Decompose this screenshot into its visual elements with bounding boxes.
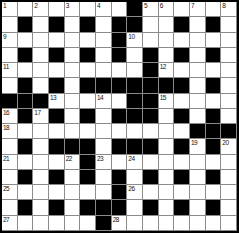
white-cell[interactable] <box>18 155 34 170</box>
white-cell[interactable] <box>33 200 49 215</box>
white-cell[interactable] <box>49 33 65 48</box>
white-cell[interactable] <box>65 63 81 78</box>
clue-number: 15 <box>160 94 166 101</box>
white-cell[interactable] <box>96 170 112 185</box>
white-cell[interactable] <box>2 78 18 93</box>
clue-number: 13 <box>50 94 56 101</box>
white-cell[interactable] <box>33 17 49 32</box>
black-cell <box>18 170 34 185</box>
white-cell[interactable]: 24 <box>127 155 143 170</box>
black-cell <box>143 78 159 93</box>
white-cell[interactable] <box>33 155 49 170</box>
clue-number: 3 <box>66 2 69 9</box>
white-cell[interactable] <box>33 124 49 139</box>
white-cell[interactable] <box>190 155 206 170</box>
white-cell[interactable] <box>18 63 34 78</box>
white-cell[interactable]: 28 <box>112 216 128 231</box>
white-cell[interactable]: 16 <box>2 109 18 124</box>
black-cell <box>49 170 65 185</box>
clue-number: 11 <box>3 63 9 70</box>
white-cell[interactable] <box>112 2 128 17</box>
black-cell <box>18 109 34 124</box>
clue-number: 23 <box>97 155 103 162</box>
white-cell[interactable] <box>65 48 81 63</box>
black-cell <box>2 94 18 109</box>
black-cell <box>174 170 190 185</box>
white-cell[interactable] <box>96 63 112 78</box>
white-cell[interactable]: 9 <box>2 33 18 48</box>
white-cell[interactable] <box>221 155 237 170</box>
white-cell[interactable]: 27 <box>2 216 18 231</box>
white-cell[interactable] <box>159 33 175 48</box>
white-cell[interactable] <box>190 78 206 93</box>
white-cell[interactable] <box>159 170 175 185</box>
white-cell[interactable] <box>190 185 206 200</box>
clue-number: 24 <box>128 155 134 162</box>
white-cell[interactable] <box>174 63 190 78</box>
white-cell[interactable] <box>80 2 96 17</box>
white-cell[interactable] <box>49 216 65 231</box>
white-cell[interactable] <box>127 200 143 215</box>
black-cell <box>112 33 128 48</box>
black-cell <box>33 94 49 109</box>
black-cell <box>112 200 128 215</box>
white-cell[interactable]: 4 <box>96 2 112 17</box>
white-cell[interactable] <box>221 216 237 231</box>
black-cell <box>127 17 143 32</box>
black-cell <box>49 48 65 63</box>
white-cell[interactable] <box>127 63 143 78</box>
white-cell[interactable] <box>49 155 65 170</box>
white-cell[interactable] <box>96 139 112 154</box>
white-cell[interactable] <box>112 63 128 78</box>
white-cell[interactable] <box>190 170 206 185</box>
black-cell <box>127 2 143 17</box>
white-cell[interactable]: 6 <box>159 2 175 17</box>
black-cell <box>143 170 159 185</box>
black-cell <box>206 78 222 93</box>
white-cell[interactable] <box>174 124 190 139</box>
clue-number: 16 <box>3 109 9 116</box>
white-cell[interactable]: 26 <box>127 185 143 200</box>
clue-number: 10 <box>128 33 134 40</box>
white-cell[interactable] <box>143 185 159 200</box>
white-cell[interactable]: 8 <box>221 2 237 17</box>
white-cell[interactable] <box>33 185 49 200</box>
black-cell <box>49 109 65 124</box>
white-cell[interactable] <box>159 109 175 124</box>
white-cell[interactable] <box>65 124 81 139</box>
white-cell[interactable] <box>206 185 222 200</box>
white-cell[interactable] <box>127 48 143 63</box>
clue-number: 21 <box>3 155 9 162</box>
clue-number: 27 <box>3 216 9 223</box>
black-cell <box>65 139 81 154</box>
white-cell[interactable]: 21 <box>2 155 18 170</box>
black-cell <box>80 155 96 170</box>
black-cell <box>206 109 222 124</box>
clue-number: 19 <box>191 139 197 146</box>
black-cell <box>127 78 143 93</box>
black-cell <box>80 78 96 93</box>
white-cell[interactable] <box>221 94 237 109</box>
black-cell <box>112 170 128 185</box>
white-cell[interactable] <box>190 200 206 215</box>
white-cell[interactable] <box>221 17 237 32</box>
black-cell <box>143 109 159 124</box>
black-cell <box>80 48 96 63</box>
white-cell[interactable] <box>221 185 237 200</box>
white-cell[interactable] <box>112 155 128 170</box>
clue-number: 17 <box>34 109 40 116</box>
black-cell <box>96 200 112 215</box>
white-cell[interactable] <box>2 139 18 154</box>
black-cell <box>18 17 34 32</box>
black-cell <box>127 109 143 124</box>
white-cell[interactable] <box>18 185 34 200</box>
white-cell[interactable] <box>96 185 112 200</box>
black-cell <box>190 124 206 139</box>
clue-number: 12 <box>160 63 166 70</box>
white-cell[interactable] <box>143 17 159 32</box>
white-cell[interactable] <box>221 48 237 63</box>
clue-number: 7 <box>191 2 194 9</box>
white-cell[interactable] <box>49 2 65 17</box>
white-cell[interactable] <box>33 78 49 93</box>
clue-number: 1 <box>3 2 6 9</box>
white-cell[interactable] <box>65 170 81 185</box>
white-cell[interactable] <box>80 63 96 78</box>
black-cell <box>18 94 34 109</box>
clue-number: 5 <box>144 2 147 9</box>
black-cell <box>112 48 128 63</box>
white-cell[interactable]: 23 <box>96 155 112 170</box>
black-cell <box>112 109 128 124</box>
black-cell <box>174 48 190 63</box>
white-cell[interactable] <box>18 216 34 231</box>
white-cell[interactable] <box>190 109 206 124</box>
white-cell[interactable] <box>2 48 18 63</box>
white-cell[interactable] <box>65 17 81 32</box>
white-cell[interactable] <box>33 33 49 48</box>
white-cell[interactable] <box>33 63 49 78</box>
white-cell[interactable]: 13 <box>49 94 65 109</box>
black-cell <box>18 78 34 93</box>
white-cell[interactable] <box>49 124 65 139</box>
black-cell <box>206 139 222 154</box>
white-cell[interactable]: 11 <box>2 63 18 78</box>
white-cell[interactable] <box>174 185 190 200</box>
white-cell[interactable]: 20 <box>221 139 237 154</box>
black-cell <box>174 78 190 93</box>
black-cell <box>112 139 128 154</box>
white-cell[interactable] <box>80 94 96 109</box>
white-cell[interactable] <box>96 124 112 139</box>
white-cell[interactable] <box>33 216 49 231</box>
white-cell[interactable] <box>2 170 18 185</box>
black-cell <box>112 17 128 32</box>
black-cell <box>143 63 159 78</box>
white-cell[interactable]: 10 <box>127 33 143 48</box>
white-cell[interactable] <box>127 216 143 231</box>
white-cell[interactable] <box>159 124 175 139</box>
white-cell[interactable] <box>174 33 190 48</box>
black-cell <box>127 139 143 154</box>
white-cell[interactable]: 25 <box>2 185 18 200</box>
white-cell[interactable]: 7 <box>190 2 206 17</box>
white-cell[interactable] <box>80 185 96 200</box>
white-cell[interactable] <box>190 48 206 63</box>
white-cell[interactable] <box>18 124 34 139</box>
white-cell[interactable] <box>174 2 190 17</box>
white-cell[interactable] <box>221 78 237 93</box>
white-cell[interactable] <box>80 216 96 231</box>
clue-number: 4 <box>97 2 100 9</box>
white-cell[interactable]: 15 <box>159 94 175 109</box>
white-cell[interactable] <box>127 124 143 139</box>
white-cell[interactable]: 22 <box>65 155 81 170</box>
black-cell <box>174 139 190 154</box>
black-cell <box>127 94 143 109</box>
black-cell <box>206 17 222 32</box>
white-cell[interactable]: 12 <box>159 63 175 78</box>
white-cell[interactable] <box>49 185 65 200</box>
black-cell <box>143 94 159 109</box>
white-cell[interactable] <box>49 63 65 78</box>
clue-number: 14 <box>97 94 103 101</box>
white-cell[interactable] <box>80 124 96 139</box>
black-cell <box>49 200 65 215</box>
black-cell <box>143 139 159 154</box>
black-cell <box>206 200 222 215</box>
white-cell[interactable]: 5 <box>143 2 159 17</box>
black-cell <box>49 17 65 32</box>
black-cell <box>221 124 237 139</box>
white-cell[interactable] <box>33 139 49 154</box>
white-cell[interactable] <box>190 17 206 32</box>
white-cell[interactable]: 18 <box>2 124 18 139</box>
white-cell[interactable] <box>206 216 222 231</box>
black-cell <box>112 78 128 93</box>
white-cell[interactable] <box>96 33 112 48</box>
black-cell <box>96 78 112 93</box>
white-cell[interactable] <box>190 94 206 109</box>
black-cell <box>206 170 222 185</box>
black-cell <box>159 78 175 93</box>
white-cell[interactable] <box>174 155 190 170</box>
clue-number: 26 <box>128 185 134 192</box>
white-cell[interactable] <box>221 170 237 185</box>
white-cell[interactable] <box>221 33 237 48</box>
white-cell[interactable] <box>96 109 112 124</box>
white-cell[interactable] <box>2 17 18 32</box>
white-cell[interactable] <box>143 155 159 170</box>
clue-number: 20 <box>222 139 228 146</box>
white-cell[interactable] <box>143 124 159 139</box>
white-cell[interactable] <box>65 185 81 200</box>
white-cell[interactable] <box>18 33 34 48</box>
white-cell[interactable] <box>127 170 143 185</box>
white-cell[interactable] <box>96 48 112 63</box>
black-cell <box>174 109 190 124</box>
black-cell <box>174 200 190 215</box>
clue-number: 22 <box>66 155 72 162</box>
black-cell <box>206 48 222 63</box>
white-cell[interactable] <box>206 63 222 78</box>
clue-number: 8 <box>222 2 225 9</box>
clue-number: 9 <box>3 33 6 40</box>
black-cell <box>143 200 159 215</box>
crossword-grid: 1234567891011121314151617181920212223242… <box>0 0 239 233</box>
white-cell[interactable] <box>206 2 222 17</box>
white-cell[interactable] <box>221 109 237 124</box>
black-cell <box>80 200 96 215</box>
black-cell <box>206 124 222 139</box>
white-cell[interactable] <box>80 33 96 48</box>
clue-number: 18 <box>3 124 9 131</box>
white-cell[interactable] <box>159 200 175 215</box>
black-cell <box>49 139 65 154</box>
white-cell[interactable] <box>65 78 81 93</box>
white-cell[interactable] <box>65 216 81 231</box>
white-cell[interactable] <box>112 124 128 139</box>
black-cell <box>18 139 34 154</box>
black-cell <box>80 139 96 154</box>
white-cell[interactable] <box>65 109 81 124</box>
clue-number: 28 <box>113 216 119 223</box>
white-cell[interactable]: 19 <box>190 139 206 154</box>
white-cell[interactable] <box>33 48 49 63</box>
white-cell[interactable] <box>65 200 81 215</box>
black-cell <box>112 185 128 200</box>
white-cell[interactable] <box>159 17 175 32</box>
white-cell[interactable] <box>206 155 222 170</box>
white-cell[interactable] <box>159 155 175 170</box>
black-cell <box>96 216 112 231</box>
white-cell[interactable] <box>174 94 190 109</box>
white-cell[interactable] <box>65 33 81 48</box>
white-cell[interactable] <box>190 216 206 231</box>
white-cell[interactable] <box>221 63 237 78</box>
white-cell[interactable] <box>112 94 128 109</box>
clue-number: 2 <box>34 2 37 9</box>
white-cell[interactable] <box>18 2 34 17</box>
white-cell[interactable] <box>143 33 159 48</box>
white-cell[interactable] <box>96 17 112 32</box>
black-cell <box>49 78 65 93</box>
white-cell[interactable] <box>33 170 49 185</box>
black-cell <box>80 170 96 185</box>
white-cell[interactable] <box>174 216 190 231</box>
white-cell[interactable] <box>159 216 175 231</box>
white-cell[interactable] <box>190 63 206 78</box>
black-cell <box>18 200 34 215</box>
black-cell <box>143 48 159 63</box>
white-cell[interactable] <box>2 200 18 215</box>
clue-number: 25 <box>3 185 9 192</box>
white-cell[interactable] <box>206 33 222 48</box>
white-cell[interactable] <box>159 185 175 200</box>
white-cell[interactable]: 1 <box>2 2 18 17</box>
white-cell[interactable]: 3 <box>65 2 81 17</box>
black-cell <box>174 17 190 32</box>
white-cell[interactable]: 17 <box>33 109 49 124</box>
black-cell <box>18 48 34 63</box>
white-cell[interactable]: 2 <box>33 2 49 17</box>
white-cell[interactable] <box>206 94 222 109</box>
white-cell[interactable] <box>221 200 237 215</box>
clue-number: 6 <box>160 2 163 9</box>
black-cell <box>80 17 96 32</box>
white-cell[interactable] <box>190 33 206 48</box>
black-cell <box>80 109 96 124</box>
white-cell[interactable]: 14 <box>96 94 112 109</box>
white-cell[interactable] <box>159 139 175 154</box>
white-cell[interactable] <box>65 94 81 109</box>
white-cell[interactable] <box>159 48 175 63</box>
white-cell[interactable] <box>143 216 159 231</box>
